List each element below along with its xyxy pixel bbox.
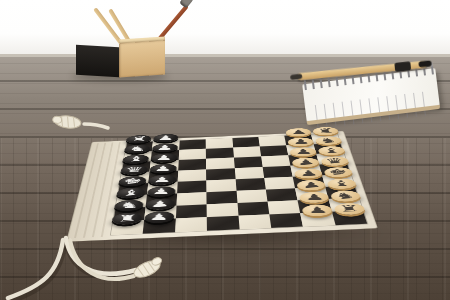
piece-white-bishop[interactable]: ♝ xyxy=(317,146,346,156)
piece-white-queen[interactable]: ♛ xyxy=(320,156,349,166)
piece-white-pawn[interactable]: ♟ xyxy=(287,137,314,147)
piece-white-pawn[interactable]: ♟ xyxy=(292,157,321,167)
square[interactable] xyxy=(237,202,269,216)
pencil-holder xyxy=(70,0,200,84)
piece-white-pawn[interactable]: ♟ xyxy=(296,179,326,190)
piece-white-pawn[interactable]: ♟ xyxy=(302,204,334,217)
piece-white-knight[interactable]: ♞ xyxy=(329,190,361,202)
square[interactable]: ♜ xyxy=(332,210,368,225)
piece-white-pawn[interactable]: ♟ xyxy=(290,147,318,157)
pencil-holder-black-panel xyxy=(76,45,119,77)
piece-white-pawn[interactable]: ♟ xyxy=(299,191,330,203)
background-wall xyxy=(0,0,450,56)
red-pencil-tip xyxy=(179,0,194,8)
piece-white-king[interactable]: ♚ xyxy=(323,167,353,178)
drawstring-cords xyxy=(0,100,220,300)
drawstring-knot-top xyxy=(52,114,82,129)
square[interactable] xyxy=(238,214,271,229)
square[interactable]: ♟ xyxy=(300,212,335,227)
piece-white-rook[interactable]: ♜ xyxy=(333,202,366,215)
piece-white-pawn[interactable]: ♟ xyxy=(294,168,324,179)
square[interactable] xyxy=(269,213,303,228)
pen-nib xyxy=(290,74,302,80)
piece-white-knight[interactable]: ♞ xyxy=(314,136,342,145)
piece-white-bishop[interactable]: ♝ xyxy=(326,178,357,189)
square[interactable] xyxy=(266,188,298,201)
piece-white-rook[interactable]: ♜ xyxy=(312,126,339,135)
pen-grip xyxy=(394,61,411,71)
drawstring-knot-bottom xyxy=(132,256,166,280)
piece-white-pawn[interactable]: ♟ xyxy=(285,128,312,137)
pencil-holder-wood-panel xyxy=(119,40,165,77)
scene: ♜♟♟♜♞♟♟♞♝♟♟♝♛♟♟♛♚♟♟♚♝♟♟♝♞♟♟♞♜♟♟♜ xyxy=(0,0,450,300)
